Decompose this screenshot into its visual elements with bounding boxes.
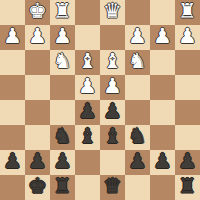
square-a4[interactable] [0, 100, 25, 125]
black-pawn-piece: ♟ [153, 149, 172, 174]
square-c5[interactable] [50, 75, 75, 100]
square-f4[interactable] [125, 100, 150, 125]
white-rook-piece: ♜ [53, 0, 72, 24]
square-d5[interactable]: ♟ [75, 75, 100, 100]
white-king-piece: ♚ [28, 0, 47, 24]
square-c1[interactable]: ♜ [50, 175, 75, 200]
square-f7[interactable]: ♟ [125, 25, 150, 50]
square-a6[interactable] [0, 50, 25, 75]
white-pawn-piece: ♟ [128, 24, 147, 49]
square-b6[interactable] [25, 50, 50, 75]
square-g5[interactable] [150, 75, 175, 100]
black-rook-piece: ♜ [178, 174, 197, 199]
square-h4[interactable] [175, 100, 200, 125]
square-g7[interactable]: ♟ [150, 25, 175, 50]
square-g2[interactable]: ♟ [150, 150, 175, 175]
square-b5[interactable] [25, 75, 50, 100]
chess-board: ♚♜♛♜♟♟♟♟♟♟♞♝♝♞♟♟♟♟♞♝♝♞♟♟♟♟♟♟♚♜♛♜ [0, 0, 200, 200]
white-queen-piece: ♛ [103, 0, 122, 24]
square-b4[interactable] [25, 100, 50, 125]
square-c8[interactable]: ♜ [50, 0, 75, 25]
square-c2[interactable]: ♟ [50, 150, 75, 175]
black-queen-piece: ♛ [103, 174, 122, 199]
square-a7[interactable]: ♟ [0, 25, 25, 50]
black-bishop-piece: ♝ [78, 124, 97, 149]
square-b8[interactable]: ♚ [25, 0, 50, 25]
square-f3[interactable]: ♞ [125, 125, 150, 150]
square-b2[interactable]: ♟ [25, 150, 50, 175]
white-pawn-piece: ♟ [53, 24, 72, 49]
square-c6[interactable]: ♞ [50, 50, 75, 75]
square-e8[interactable]: ♛ [100, 0, 125, 25]
white-knight-piece: ♞ [53, 49, 72, 74]
black-pawn-piece: ♟ [103, 99, 122, 124]
black-king-piece: ♚ [28, 174, 47, 199]
square-d8[interactable] [75, 0, 100, 25]
white-pawn-piece: ♟ [178, 24, 197, 49]
square-b3[interactable] [25, 125, 50, 150]
square-h8[interactable]: ♜ [175, 0, 200, 25]
square-d6[interactable]: ♝ [75, 50, 100, 75]
black-knight-piece: ♞ [128, 124, 147, 149]
square-e2[interactable] [100, 150, 125, 175]
square-a3[interactable] [0, 125, 25, 150]
black-pawn-piece: ♟ [53, 149, 72, 174]
square-a8[interactable] [0, 0, 25, 25]
square-g8[interactable] [150, 0, 175, 25]
black-pawn-piece: ♟ [28, 149, 47, 174]
white-rook-piece: ♜ [178, 0, 197, 24]
square-d1[interactable] [75, 175, 100, 200]
white-pawn-piece: ♟ [28, 24, 47, 49]
square-e7[interactable] [100, 25, 125, 50]
square-a1[interactable] [0, 175, 25, 200]
square-c4[interactable] [50, 100, 75, 125]
square-f5[interactable] [125, 75, 150, 100]
square-g4[interactable] [150, 100, 175, 125]
black-rook-piece: ♜ [53, 174, 72, 199]
square-g1[interactable] [150, 175, 175, 200]
square-d3[interactable]: ♝ [75, 125, 100, 150]
square-d7[interactable] [75, 25, 100, 50]
square-a5[interactable] [0, 75, 25, 100]
black-pawn-piece: ♟ [178, 149, 197, 174]
white-bishop-piece: ♝ [78, 49, 97, 74]
white-pawn-piece: ♟ [78, 74, 97, 99]
square-d2[interactable] [75, 150, 100, 175]
black-pawn-piece: ♟ [78, 99, 97, 124]
white-pawn-piece: ♟ [153, 24, 172, 49]
square-f1[interactable] [125, 175, 150, 200]
white-pawn-piece: ♟ [103, 74, 122, 99]
square-g6[interactable] [150, 50, 175, 75]
square-b1[interactable]: ♚ [25, 175, 50, 200]
square-h6[interactable] [175, 50, 200, 75]
black-pawn-piece: ♟ [128, 149, 147, 174]
square-b7[interactable]: ♟ [25, 25, 50, 50]
square-d4[interactable]: ♟ [75, 100, 100, 125]
white-bishop-piece: ♝ [103, 49, 122, 74]
square-e6[interactable]: ♝ [100, 50, 125, 75]
square-h3[interactable] [175, 125, 200, 150]
square-h7[interactable]: ♟ [175, 25, 200, 50]
square-c3[interactable]: ♞ [50, 125, 75, 150]
black-knight-piece: ♞ [53, 124, 72, 149]
square-h1[interactable]: ♜ [175, 175, 200, 200]
square-h2[interactable]: ♟ [175, 150, 200, 175]
square-c7[interactable]: ♟ [50, 25, 75, 50]
square-a2[interactable]: ♟ [0, 150, 25, 175]
white-pawn-piece: ♟ [3, 24, 22, 49]
square-e1[interactable]: ♛ [100, 175, 125, 200]
white-knight-piece: ♞ [128, 49, 147, 74]
square-g3[interactable] [150, 125, 175, 150]
black-bishop-piece: ♝ [103, 124, 122, 149]
square-h5[interactable] [175, 75, 200, 100]
square-e3[interactable]: ♝ [100, 125, 125, 150]
square-e4[interactable]: ♟ [100, 100, 125, 125]
black-pawn-piece: ♟ [3, 149, 22, 174]
square-f2[interactable]: ♟ [125, 150, 150, 175]
square-f8[interactable] [125, 0, 150, 25]
square-f6[interactable]: ♞ [125, 50, 150, 75]
square-e5[interactable]: ♟ [100, 75, 125, 100]
